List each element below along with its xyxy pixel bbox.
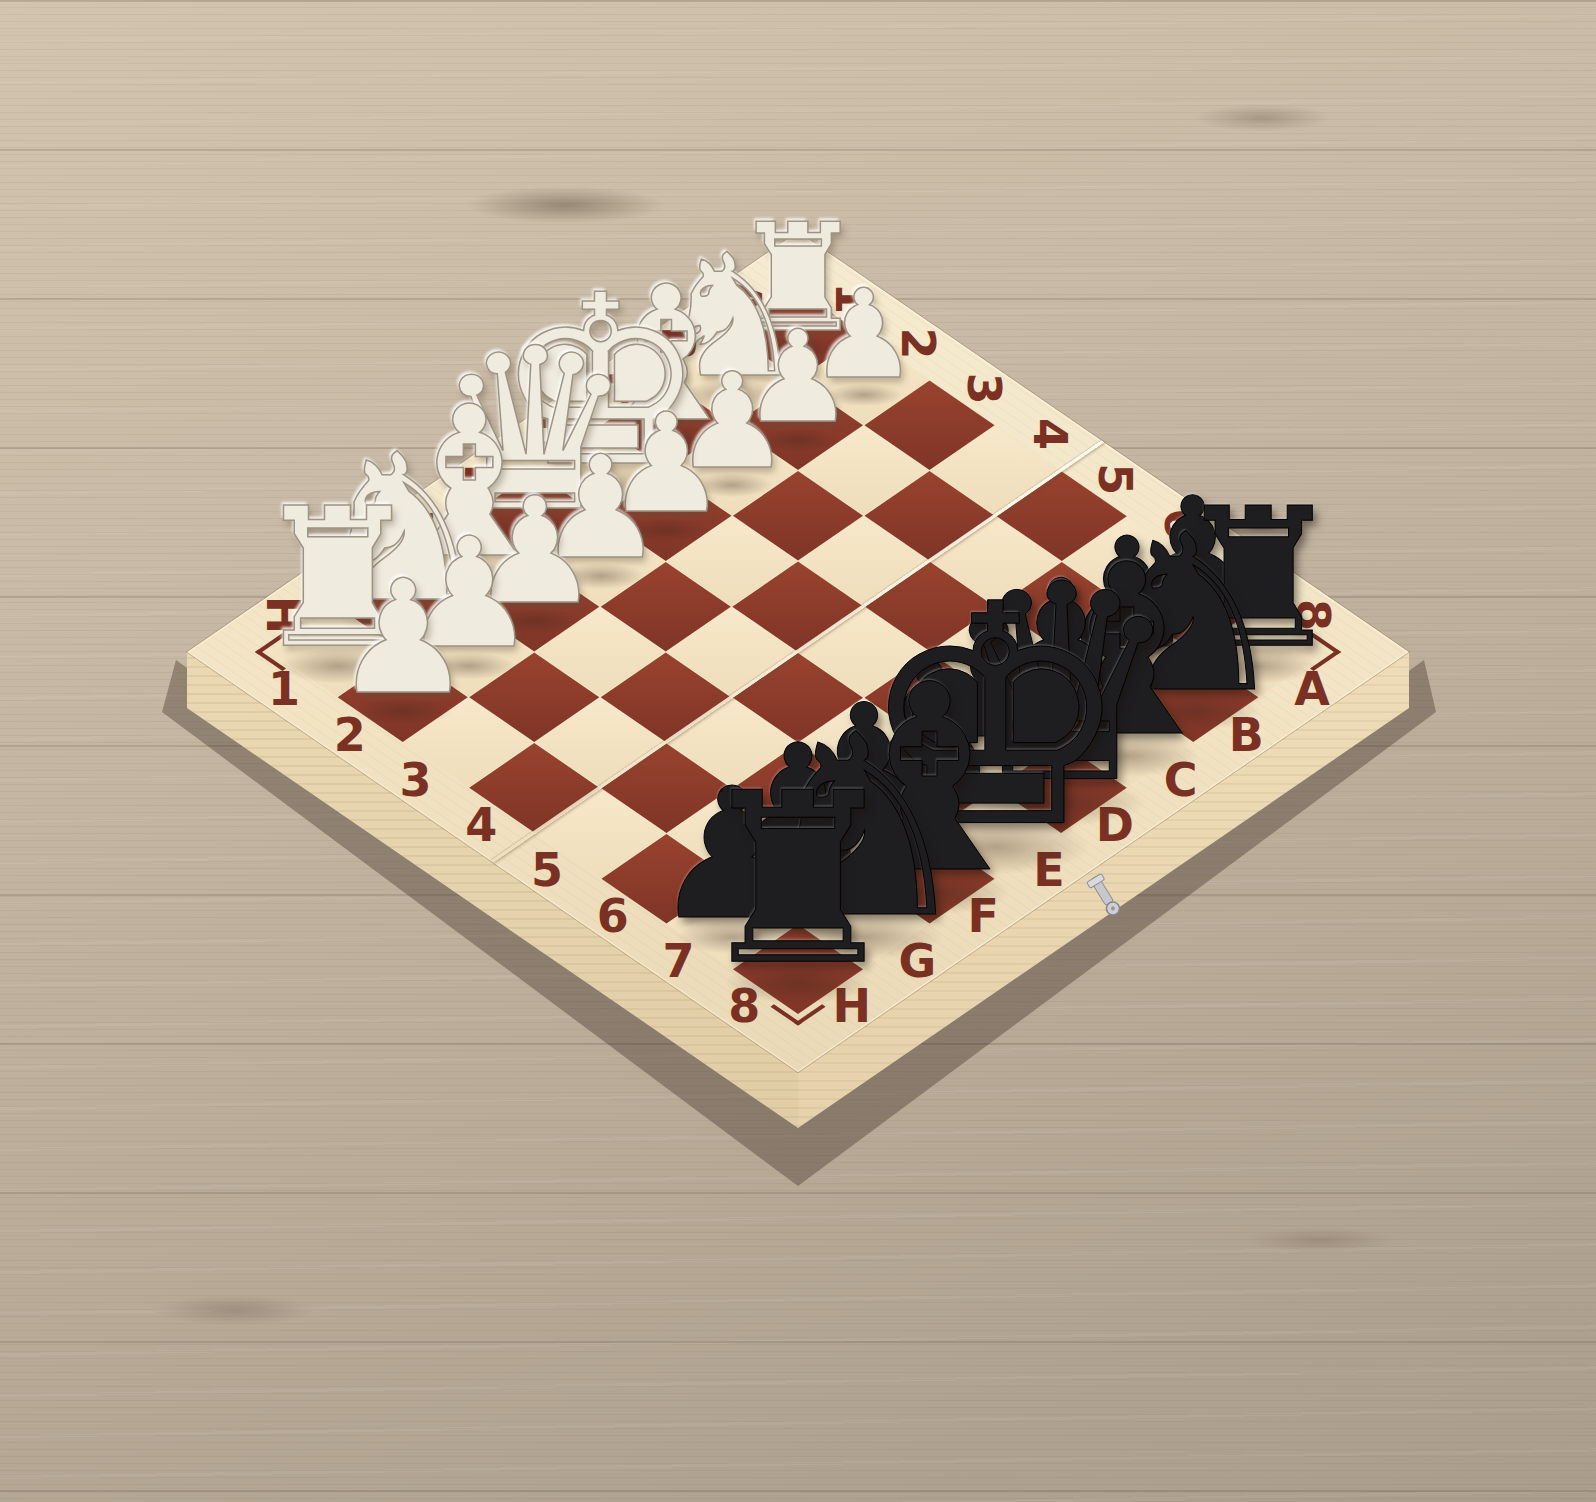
black-rook-icon: ♜ — [693, 762, 904, 997]
rank-label-bottom-6: 6 — [596, 892, 628, 938]
rank-label-top-3: 3 — [961, 373, 1007, 405]
rank-label-bottom-4: 4 — [465, 802, 497, 848]
rank-label-bottom-5: 5 — [531, 847, 563, 893]
rank-label-top-4: 4 — [1026, 418, 1072, 450]
white-pawn-icon: ♟ — [333, 559, 474, 716]
rank-label-bottom-3: 3 — [399, 757, 431, 803]
photo-scene: 1122334455667788AABBCCDDEEFFGGHH ♜♞♝♛♚♝♞… — [0, 0, 1596, 1502]
